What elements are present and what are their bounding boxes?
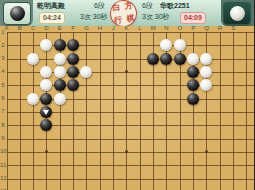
stone-white (40, 79, 52, 91)
stone-white (54, 66, 66, 78)
player-info-bar: 乾明高殿 6段 04:24 3次 30秒 白 方 行 棋 6段 华歌2251 3… (0, 0, 254, 27)
stone-black (40, 119, 52, 131)
grid-line-horizontal (7, 165, 255, 166)
stone-white (40, 66, 52, 78)
stone-white (54, 93, 66, 105)
stone-black (187, 93, 199, 105)
stone-black (54, 39, 66, 51)
coord-column-label: J (109, 26, 117, 32)
coord-row-label: 9 (0, 135, 6, 142)
coord-column-label: L (136, 26, 144, 32)
coord-column-label: P (189, 26, 197, 32)
white-byoyomi: 3次 30秒 (142, 13, 170, 21)
coord-column-label: F (69, 26, 77, 32)
coord-row-label: 2 (0, 42, 6, 49)
grid-line-horizontal (7, 59, 255, 60)
coord-row-label: 3 (0, 55, 6, 62)
coord-column-label: D (42, 26, 50, 32)
coord-row-label: 5 (0, 82, 6, 89)
stone-black (67, 39, 79, 51)
grid-line-vertical (233, 32, 234, 190)
coord-row-label: 10 (0, 148, 6, 155)
white-player-rank: 6段 (142, 2, 153, 10)
black-byoyomi: 3次 30秒 (80, 13, 108, 21)
stone-white (200, 53, 212, 65)
last-move-marker (43, 110, 49, 115)
stone-black (67, 66, 79, 78)
coord-column-label: C (29, 26, 37, 32)
grid-line-horizontal (7, 32, 255, 33)
stone-black (67, 53, 79, 65)
black-player-rank: 6段 (94, 2, 105, 10)
grid-line-vertical (246, 32, 247, 190)
stone-black (187, 66, 199, 78)
black-player-name: 乾明高殿 (37, 2, 65, 10)
stone-white (200, 79, 212, 91)
coord-row-label: 13 (0, 188, 6, 190)
white-stone-icon (230, 6, 245, 21)
coord-column-label: S (229, 26, 237, 32)
stone-black (40, 93, 52, 105)
stone-white (174, 39, 186, 51)
coord-row-label: 7 (0, 108, 6, 115)
turn-stamp-white-to-move: 白 方 行 棋 (108, 0, 138, 29)
stone-black (40, 106, 52, 118)
stone-white (200, 66, 212, 78)
stone-white (27, 53, 39, 65)
coord-row-label: 11 (0, 162, 6, 169)
coord-column-label: O (176, 26, 184, 32)
stone-black (187, 79, 199, 91)
grid-line-horizontal (7, 152, 255, 153)
stone-black (160, 53, 172, 65)
coord-column-label: H (96, 26, 104, 32)
grid-line-horizontal (7, 179, 255, 180)
black-stone-icon (10, 6, 25, 21)
coord-row-label: 8 (0, 122, 6, 129)
stone-white (27, 93, 39, 105)
coord-column-label: K (122, 26, 130, 32)
coord-column-label: R (216, 26, 224, 32)
stone-black (67, 79, 79, 91)
coord-column-label: N (162, 26, 170, 32)
white-player-name: 华歌2251 (160, 2, 190, 10)
coord-row-label: 6 (0, 95, 6, 102)
coord-column-label: E (56, 26, 64, 32)
stone-white (80, 66, 92, 78)
white-player-avatar[interactable] (223, 2, 251, 25)
coord-column-label: Q (202, 26, 210, 32)
coord-column-label: B (16, 26, 24, 32)
stamp-char: 棋 (124, 12, 138, 26)
coord-column-label: M (149, 26, 157, 32)
stone-white (54, 53, 66, 65)
stone-black (174, 53, 186, 65)
white-time-display-active: 04:09 (180, 12, 206, 24)
coord-row-label: 12 (0, 175, 6, 182)
grid-line-vertical (220, 32, 221, 190)
stone-white (40, 39, 52, 51)
black-time-display: 04:24 (39, 12, 65, 24)
black-player-avatar[interactable] (3, 2, 31, 25)
coord-row-label: 1 (0, 29, 6, 36)
coord-column-label: G (82, 26, 90, 32)
stone-white (187, 53, 199, 65)
stone-black (147, 53, 159, 65)
stone-black (54, 79, 66, 91)
stone-white (160, 39, 172, 51)
go-board[interactable]: ABCDEFGHJKLMNOPQRS12345678910111213 (0, 26, 254, 190)
grid-line-horizontal (7, 139, 255, 140)
go-game-screen: 乾明高殿 6段 04:24 3次 30秒 白 方 行 棋 6段 华歌2251 3… (0, 0, 254, 190)
coord-row-label: 4 (0, 68, 6, 75)
